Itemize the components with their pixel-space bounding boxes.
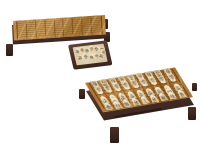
board-cell [55, 34, 64, 37]
drawer-piece-pile: 歩金銀歩桂香飛歩角歩銀歩 [73, 44, 108, 66]
set-board-leg [192, 83, 197, 91]
board-cell [37, 36, 46, 39]
empty-board-leg [6, 44, 13, 56]
board-cell [64, 34, 73, 37]
shogi-product-photo: 歩金銀歩桂香飛歩角歩銀歩 香桂銀金玉金銀桂香飛角歩歩歩歩歩歩歩歩歩歩歩歩歩歩歩歩… [0, 0, 200, 150]
set-board-leg [79, 89, 85, 99]
board-cell [18, 37, 27, 40]
board-cell [83, 33, 92, 36]
board-cell [74, 33, 83, 36]
board-cell [27, 36, 36, 39]
piece-drawer: 歩金銀歩桂香飛歩角歩銀歩 [68, 40, 113, 69]
board-cell [46, 35, 55, 38]
set-board-leg [110, 127, 119, 143]
board-cell: 香 [177, 93, 188, 98]
set-board-leg [188, 107, 196, 120]
board-cell [92, 32, 101, 35]
